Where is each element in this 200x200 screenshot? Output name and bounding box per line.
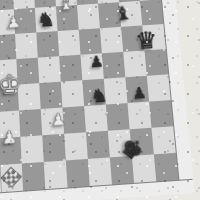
- board-square[interactable]: [59, 55, 82, 82]
- black-queen[interactable]: ♛: [135, 27, 159, 52]
- board-square[interactable]: [42, 134, 66, 162]
- board-square[interactable]: [39, 82, 62, 109]
- board-square[interactable]: [154, 153, 179, 182]
- board-square[interactable]: [149, 100, 173, 128]
- board-square[interactable]: [36, 31, 59, 58]
- board-square[interactable]: [102, 52, 125, 79]
- board-square[interactable]: [15, 33, 38, 60]
- chess-board: ⊕ US CHESS ♝♟♞♝♛♟♚♞♟♟♟♚: [0, 0, 194, 200]
- board-square[interactable]: [88, 157, 112, 186]
- board-square[interactable]: [106, 103, 130, 131]
- board-square[interactable]: [66, 159, 90, 188]
- board-square[interactable]: [62, 106, 86, 134]
- board-square[interactable]: [127, 102, 151, 130]
- board-square[interactable]: [19, 109, 42, 137]
- board-square[interactable]: [58, 30, 81, 57]
- board-square[interactable]: [61, 80, 84, 107]
- board-square[interactable]: [151, 126, 175, 154]
- board-square[interactable]: [44, 160, 68, 189]
- board-square[interactable]: [77, 4, 100, 30]
- board-square[interactable]: [86, 131, 110, 159]
- black-bishop[interactable]: ♝: [113, 3, 133, 24]
- board-square[interactable]: [20, 135, 43, 163]
- black-pawn[interactable]: ♟: [89, 53, 104, 69]
- board-square[interactable]: [38, 56, 61, 83]
- white-pawn[interactable]: ♟: [50, 111, 66, 129]
- board-square[interactable]: [123, 50, 147, 77]
- white-king[interactable]: ♚: [0, 70, 23, 98]
- board-square[interactable]: [0, 34, 16, 61]
- board-square[interactable]: [64, 132, 88, 160]
- board-square[interactable]: [140, 0, 163, 25]
- black-knight[interactable]: ♞: [37, 10, 56, 30]
- board-square[interactable]: [145, 49, 169, 76]
- board-square[interactable]: [100, 27, 123, 53]
- board-square[interactable]: [147, 74, 171, 101]
- white-pawn[interactable]: ♟: [1, 127, 18, 146]
- white-pawn[interactable]: ♟: [6, 14, 21, 31]
- board-photo: ⊕ US CHESS ♝♟♞♝♛♟♚♞♟♟♟♚: [0, 0, 200, 200]
- black-pawn[interactable]: ♟: [132, 85, 147, 101]
- black-knight[interactable]: ♞: [90, 86, 108, 105]
- board-square[interactable]: [79, 28, 102, 54]
- board-square[interactable]: [22, 162, 46, 191]
- white-bishop[interactable]: ♝: [58, 0, 75, 12]
- board-square[interactable]: [84, 105, 108, 133]
